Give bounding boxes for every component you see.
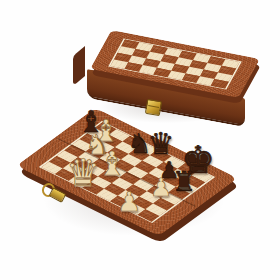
piece-black-rook[interactable]: ♜ xyxy=(172,168,196,195)
piece-white-bishop-2[interactable]: ♝ xyxy=(97,147,127,180)
product-photo: ♝♝♞♛♝♟♟♞♛♚♟♜ xyxy=(0,0,280,280)
piece-white-pawn-1[interactable]: ♟ xyxy=(117,188,141,215)
piece-white-queen[interactable]: ♛ xyxy=(66,154,100,192)
pieces-layer: ♝♝♞♛♝♟♟♞♛♚♟♜ xyxy=(0,0,280,280)
piece-black-queen[interactable]: ♛ xyxy=(148,129,175,159)
piece-white-pawn-2[interactable]: ♟ xyxy=(150,175,172,200)
